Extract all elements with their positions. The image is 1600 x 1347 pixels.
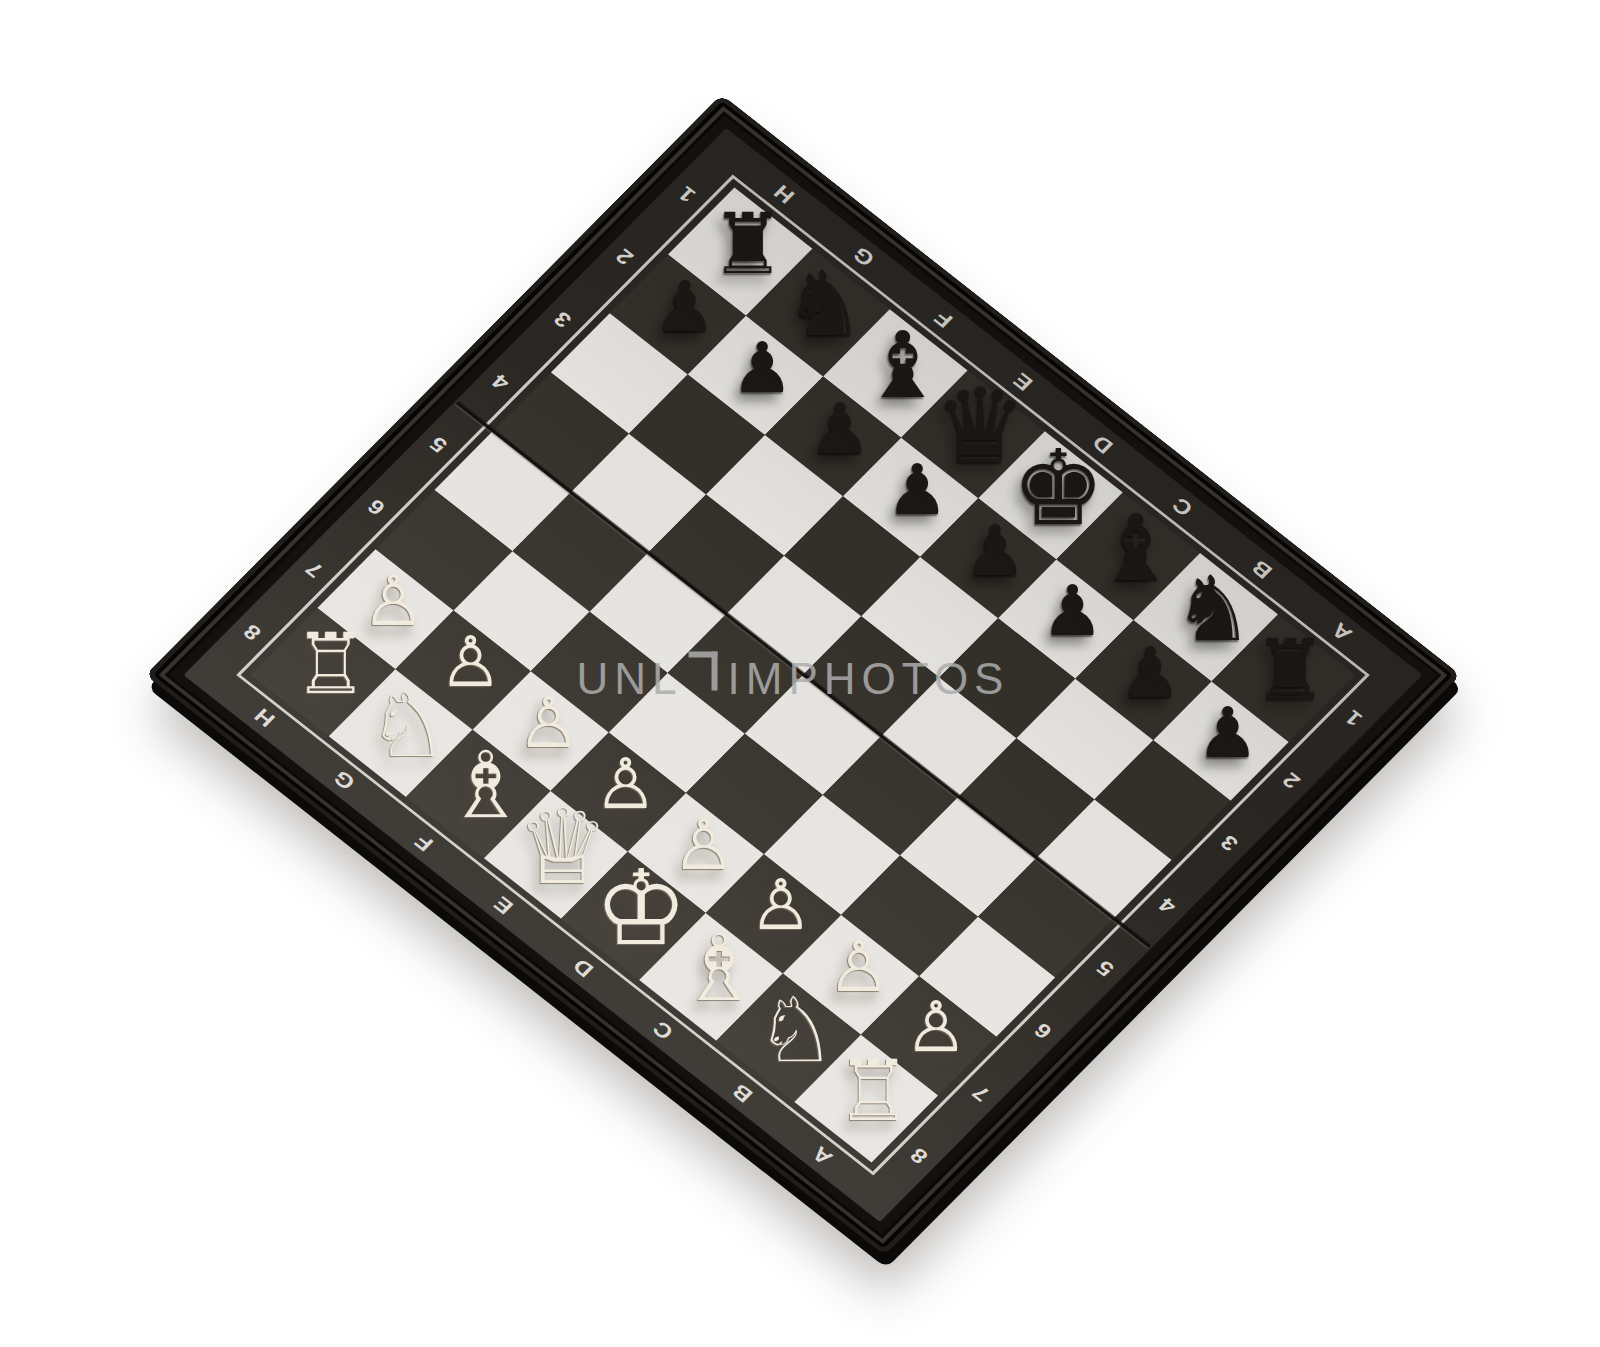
photo-background: HGFEDCBA HGFEDCBA 12345678 12345678 ♜♞♝♛… — [0, 0, 1600, 1347]
black-bishop-c1: ♝ — [1094, 502, 1176, 594]
chessboard: HGFEDCBA HGFEDCBA 12345678 12345678 ♜♞♝♛… — [146, 95, 1461, 1256]
black-rook-h1: ♜ — [710, 202, 785, 286]
black-rook-a1: ♜ — [1253, 628, 1328, 712]
black-knight-g1: ♞ — [785, 260, 866, 350]
board-margin: HGFEDCBA HGFEDCBA 12345678 12345678 ♜♞♝♛… — [184, 128, 1423, 1222]
board-squares: ♜♞♝♛♚♝♞♜♟♟♟♟♟♟♟♟♙♙♙♙♙♙♙♙♖♘♗♕♔♗♘♖ — [251, 187, 1355, 1162]
black-knight-b1: ♞ — [1173, 564, 1254, 654]
board-boundary: ♜♞♝♛♚♝♞♜♟♟♟♟♟♟♟♟♙♙♙♙♙♙♙♙♖♘♗♕♔♗♘♖ — [236, 175, 1370, 1176]
black-bishop-f1: ♝ — [862, 320, 944, 412]
